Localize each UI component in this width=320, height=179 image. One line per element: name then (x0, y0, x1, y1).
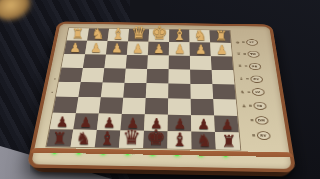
red-pawn-h2[interactable]: ♟ (220, 118, 233, 132)
square-c8[interactable]: ♝ (108, 29, 130, 42)
file-led-g (199, 154, 203, 157)
square-a2[interactable]: ♟ (50, 112, 76, 129)
file-cell-e: E (143, 150, 168, 159)
king-symbol-icon: ♚ (235, 40, 241, 44)
square-b4[interactable] (78, 82, 102, 97)
queen-symbol-icon: ♛ (236, 52, 242, 56)
board-housing: ♜♞♝♛♚♝♞♜♟♟♟♟♟♟♟♟♟♟♟♟♟♟♟♟♜♞♝♛♚♝♞♜ ♚ST♛TM♜… (26, 21, 296, 172)
light-pawn-e7[interactable]: ♟ (153, 43, 165, 56)
square-c5[interactable] (103, 68, 126, 83)
square-f6[interactable] (169, 55, 190, 69)
square-b8[interactable]: ♞ (87, 28, 109, 41)
red-king-e1[interactable]: ♚ (146, 127, 165, 149)
square-c6[interactable] (104, 54, 127, 68)
chess-computer: ♜♞♝♛♚♝♞♜♟♟♟♟♟♟♟♟♟♟♟♟♟♟♟♟♜♞♝♛♚♝♞♜ ♚ST♛TM♜… (26, 21, 296, 172)
file-led-d (126, 152, 130, 155)
screw-dot (54, 78, 56, 79)
light-knight-g8[interactable]: ♞ (193, 28, 206, 43)
panel-row-dm: DM (242, 115, 282, 125)
square-g7[interactable]: ♟ (190, 42, 211, 55)
square-c1[interactable]: ♝ (95, 130, 121, 148)
rank-led (245, 65, 247, 67)
rank-led (251, 119, 254, 121)
knight-symbol-icon: ♞ (239, 90, 246, 94)
file-letter-a: A (59, 151, 63, 155)
file-led-b (77, 152, 81, 155)
panel-row-rv: RV (243, 130, 284, 141)
square-b1[interactable]: ♞ (71, 129, 97, 147)
square-d3[interactable] (122, 98, 146, 114)
square-d7[interactable]: ♟ (127, 42, 149, 55)
square-h8[interactable]: ♜ (209, 30, 230, 43)
file-cell-d: D (118, 149, 143, 158)
square-f4[interactable] (168, 83, 191, 98)
square-e7[interactable]: ♟ (148, 42, 169, 55)
bishop-symbol-icon: ♝ (238, 77, 245, 81)
file-letter-h: H (230, 154, 234, 158)
red-bishop-c1[interactable]: ♝ (99, 129, 116, 148)
square-a1[interactable]: ♜ (46, 129, 73, 147)
light-pawn-h7[interactable]: ♟ (216, 44, 227, 57)
square-d4[interactable] (123, 83, 146, 98)
file-letter-g: G (205, 153, 209, 157)
light-pawn-f7[interactable]: ♟ (174, 43, 186, 56)
red-knight-g1[interactable]: ♞ (196, 132, 212, 150)
button-dm[interactable]: DM (254, 116, 268, 124)
pawn-symbol-icon: ♟ (241, 104, 248, 108)
square-h5[interactable] (212, 70, 235, 85)
square-f3[interactable] (168, 99, 191, 115)
light-pawn-c7[interactable]: ♟ (111, 42, 123, 55)
panel-row-pb: ♜PB (237, 62, 274, 71)
square-c3[interactable] (99, 97, 123, 113)
square-b3[interactable] (76, 97, 101, 113)
square-h6[interactable] (211, 56, 233, 70)
chess-board: ♜♞♝♛♚♝♞♜♟♟♟♟♟♟♟♟♟♟♟♟♟♟♟♟♜♞♝♛♚♝♞♜ (46, 28, 240, 150)
light-pawn-d7[interactable]: ♟ (132, 42, 144, 55)
file-cell-c: C (93, 149, 118, 158)
square-d8[interactable]: ♛ (128, 29, 149, 42)
red-knight-b1[interactable]: ♞ (75, 130, 91, 148)
red-rook-h1[interactable]: ♜ (221, 133, 236, 150)
file-letter-b: B (83, 151, 87, 155)
red-rook-a1[interactable]: ♜ (51, 130, 66, 147)
light-bishop-f8[interactable]: ♝ (172, 27, 186, 43)
light-king-e8[interactable]: ♚ (151, 24, 168, 42)
button-st[interactable]: ST (246, 39, 258, 46)
rook-symbol-icon: ♜ (237, 64, 243, 68)
square-e1[interactable]: ♚ (143, 131, 168, 149)
rank-led (252, 134, 255, 136)
square-e4[interactable] (146, 83, 169, 98)
square-g4[interactable] (190, 84, 213, 99)
light-rook-a8[interactable]: ♜ (71, 27, 84, 41)
square-e6[interactable] (147, 55, 169, 69)
file-letter-f: F (181, 153, 184, 157)
red-pawn-a2[interactable]: ♟ (55, 115, 68, 129)
button-rv[interactable]: RV (256, 131, 270, 140)
light-pawn-g7[interactable]: ♟ (195, 43, 206, 56)
light-queen-d8[interactable]: ♛ (131, 25, 147, 42)
red-bishop-f1[interactable]: ♝ (171, 130, 188, 149)
button-pb[interactable]: PB (248, 63, 261, 70)
square-h4[interactable] (212, 84, 235, 99)
square-b5[interactable] (81, 68, 105, 83)
light-knight-b8[interactable]: ♞ (91, 27, 105, 42)
square-f7[interactable]: ♟ (169, 42, 190, 55)
square-g5[interactable] (190, 69, 212, 84)
square-a6[interactable] (62, 54, 86, 68)
square-h3[interactable] (213, 99, 237, 115)
function-button-panel: ♚ST♛TM♜PB♝PV♞LV♟TBDMRV (234, 38, 284, 141)
square-e3[interactable] (145, 98, 168, 114)
square-c7[interactable]: ♟ (106, 41, 128, 54)
square-h7[interactable]: ♟ (210, 43, 232, 56)
square-h1[interactable]: ♜ (215, 132, 240, 150)
file-led-h (224, 154, 228, 157)
square-b7[interactable]: ♟ (85, 41, 108, 54)
square-a7[interactable]: ♟ (64, 41, 87, 54)
square-a5[interactable] (59, 67, 83, 82)
button-tm[interactable]: TM (247, 51, 260, 58)
square-g1[interactable]: ♞ (191, 131, 216, 149)
file-letter-c: C (107, 152, 110, 156)
square-c4[interactable] (101, 82, 125, 97)
file-letter-d: D (132, 152, 136, 156)
square-g6[interactable] (190, 56, 212, 70)
square-d6[interactable] (126, 55, 148, 69)
file-letter-e: E (157, 153, 160, 157)
rank-led (247, 91, 249, 93)
button-tb[interactable]: TB (253, 102, 267, 110)
square-e8[interactable]: ♚ (149, 29, 170, 42)
rank-led (249, 105, 251, 107)
square-a8[interactable]: ♜ (67, 28, 89, 41)
square-h2[interactable]: ♟ (214, 115, 239, 132)
panel-row-lv: ♞LV (239, 87, 278, 96)
file-cell-g: G (192, 151, 217, 160)
light-bishop-c8[interactable]: ♝ (111, 26, 125, 42)
panel-row-tm: ♛TM (236, 50, 272, 58)
square-g3[interactable] (191, 99, 214, 115)
square-d5[interactable] (124, 68, 147, 83)
square-f5[interactable] (168, 69, 190, 84)
red-queen-d1[interactable]: ♛ (122, 128, 141, 149)
file-coordinates-row: ABCDEFGH (44, 148, 241, 160)
light-pawn-b7[interactable]: ♟ (90, 42, 102, 55)
square-d1[interactable]: ♛ (119, 130, 144, 148)
screw-dot (51, 92, 53, 93)
light-rook-h8[interactable]: ♜ (214, 29, 227, 43)
file-led-e (151, 153, 155, 156)
button-pv[interactable]: PV (250, 75, 263, 82)
square-a3[interactable] (53, 97, 78, 113)
file-led-a (53, 151, 57, 154)
file-led-f (175, 153, 178, 156)
panel-row-st: ♚ST (234, 38, 270, 46)
file-cell-f: F (167, 150, 192, 159)
panel-row-tb: ♟TB (240, 101, 279, 111)
file-cell-h: H (216, 151, 241, 160)
square-f1[interactable]: ♝ (167, 131, 191, 149)
button-lv[interactable]: LV (251, 88, 264, 96)
rank-led (243, 53, 245, 55)
file-led-c (102, 152, 106, 155)
rank-led (246, 78, 248, 80)
square-b6[interactable] (83, 54, 106, 68)
file-cell-a: A (44, 148, 70, 157)
file-cell-b: B (69, 148, 95, 157)
square-a4[interactable] (56, 82, 81, 97)
panel-row-pv: ♝PV (238, 74, 276, 83)
square-g8[interactable]: ♞ (189, 30, 210, 43)
light-pawn-a7[interactable]: ♟ (69, 42, 81, 55)
rank-led (242, 42, 244, 43)
square-f8[interactable]: ♝ (169, 30, 190, 43)
photo-scene: ♜♞♝♛♚♝♞♜♟♟♟♟♟♟♟♟♟♟♟♟♟♟♟♟♜♞♝♛♚♝♞♜ ♚ST♛TM♜… (0, 0, 320, 179)
square-e5[interactable] (146, 69, 168, 84)
